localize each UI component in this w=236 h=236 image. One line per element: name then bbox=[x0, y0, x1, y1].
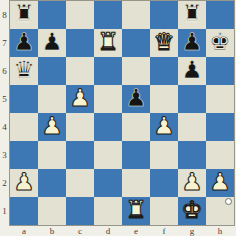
square-b2[interactable] bbox=[38, 169, 66, 197]
file-labels: abcdefgh bbox=[10, 226, 234, 236]
square-d4[interactable] bbox=[94, 113, 122, 141]
rank-labels: 87654321 bbox=[0, 1, 9, 225]
square-e2[interactable] bbox=[122, 169, 150, 197]
piece-white-pawn[interactable]: ♟ bbox=[66, 85, 94, 113]
piece-black-pawn[interactable]: ♟ bbox=[178, 57, 206, 85]
square-g2[interactable]: ♟ bbox=[178, 169, 206, 197]
square-d2[interactable] bbox=[94, 169, 122, 197]
square-c4[interactable] bbox=[66, 113, 94, 141]
square-a8[interactable]: ♜ bbox=[10, 1, 38, 29]
file-label-e: e bbox=[122, 226, 150, 236]
square-h5[interactable] bbox=[206, 85, 234, 113]
square-h2[interactable]: ♟ bbox=[206, 169, 234, 197]
piece-white-pawn[interactable]: ♟ bbox=[150, 113, 178, 141]
square-c3[interactable] bbox=[66, 141, 94, 169]
file-label-b: b bbox=[38, 226, 66, 236]
square-f5[interactable] bbox=[150, 85, 178, 113]
square-d3[interactable] bbox=[94, 141, 122, 169]
rank-label-4: 4 bbox=[0, 113, 9, 141]
rank-label-7: 7 bbox=[0, 29, 9, 57]
square-e8[interactable] bbox=[122, 1, 150, 29]
square-g1[interactable]: ♚ bbox=[178, 197, 206, 225]
square-g8[interactable]: ♜ bbox=[178, 1, 206, 29]
file-label-g: g bbox=[178, 226, 206, 236]
piece-white-pawn[interactable]: ♟ bbox=[206, 169, 234, 197]
square-g4[interactable] bbox=[178, 113, 206, 141]
piece-white-pawn[interactable]: ♟ bbox=[10, 169, 38, 197]
rank-label-5: 5 bbox=[0, 85, 9, 113]
piece-white-king[interactable]: ♚ bbox=[178, 197, 206, 225]
square-e1[interactable]: ♜ bbox=[122, 197, 150, 225]
square-h4[interactable] bbox=[206, 113, 234, 141]
square-e7[interactable] bbox=[122, 29, 150, 57]
piece-black-pawn[interactable]: ♟ bbox=[178, 29, 206, 57]
square-a1[interactable] bbox=[10, 197, 38, 225]
square-f7[interactable]: ♛ bbox=[150, 29, 178, 57]
square-c5[interactable]: ♟ bbox=[66, 85, 94, 113]
square-f6[interactable] bbox=[150, 57, 178, 85]
square-a4[interactable] bbox=[10, 113, 38, 141]
square-h7[interactable]: ♚ bbox=[206, 29, 234, 57]
square-b1[interactable] bbox=[38, 197, 66, 225]
square-d6[interactable] bbox=[94, 57, 122, 85]
square-g3[interactable] bbox=[178, 141, 206, 169]
piece-black-pawn[interactable]: ♟ bbox=[10, 29, 38, 57]
piece-white-pawn[interactable]: ♟ bbox=[178, 169, 206, 197]
square-a6[interactable]: ♛ bbox=[10, 57, 38, 85]
square-a7[interactable]: ♟ bbox=[10, 29, 38, 57]
square-e4[interactable] bbox=[122, 113, 150, 141]
square-f4[interactable]: ♟ bbox=[150, 113, 178, 141]
piece-black-pawn[interactable]: ♟ bbox=[122, 85, 150, 113]
square-h3[interactable] bbox=[206, 141, 234, 169]
square-c6[interactable] bbox=[66, 57, 94, 85]
square-c8[interactable] bbox=[66, 1, 94, 29]
piece-black-pawn[interactable]: ♟ bbox=[38, 29, 66, 57]
piece-black-rook[interactable]: ♜ bbox=[10, 1, 38, 29]
square-c1[interactable] bbox=[66, 197, 94, 225]
square-a3[interactable] bbox=[10, 141, 38, 169]
file-label-c: c bbox=[66, 226, 94, 236]
square-h6[interactable] bbox=[206, 57, 234, 85]
piece-white-rook[interactable]: ♜ bbox=[122, 197, 150, 225]
side-to-move-indicator bbox=[225, 198, 232, 205]
square-g5[interactable] bbox=[178, 85, 206, 113]
square-b7[interactable]: ♟ bbox=[38, 29, 66, 57]
square-d7[interactable]: ♜ bbox=[94, 29, 122, 57]
square-f1[interactable] bbox=[150, 197, 178, 225]
piece-white-rook[interactable]: ♜ bbox=[94, 29, 122, 57]
square-b5[interactable] bbox=[38, 85, 66, 113]
rank-label-6: 6 bbox=[0, 57, 9, 85]
square-b8[interactable] bbox=[38, 1, 66, 29]
rank-label-2: 2 bbox=[0, 169, 9, 197]
square-f2[interactable] bbox=[150, 169, 178, 197]
square-a2[interactable]: ♟ bbox=[10, 169, 38, 197]
square-g7[interactable]: ♟ bbox=[178, 29, 206, 57]
rank-label-8: 8 bbox=[0, 1, 9, 29]
file-label-h: h bbox=[206, 226, 234, 236]
square-e3[interactable] bbox=[122, 141, 150, 169]
piece-black-rook[interactable]: ♜ bbox=[178, 1, 206, 29]
square-d5[interactable] bbox=[94, 85, 122, 113]
square-b3[interactable] bbox=[38, 141, 66, 169]
square-d1[interactable] bbox=[94, 197, 122, 225]
square-c2[interactable] bbox=[66, 169, 94, 197]
file-label-f: f bbox=[150, 226, 178, 236]
square-b4[interactable]: ♟ bbox=[38, 113, 66, 141]
rank-label-3: 3 bbox=[0, 141, 9, 169]
rank-label-1: 1 bbox=[0, 197, 9, 225]
square-f3[interactable] bbox=[150, 141, 178, 169]
square-c7[interactable] bbox=[66, 29, 94, 57]
square-e6[interactable] bbox=[122, 57, 150, 85]
square-e5[interactable]: ♟ bbox=[122, 85, 150, 113]
piece-white-queen[interactable]: ♛ bbox=[150, 29, 178, 57]
file-label-a: a bbox=[10, 226, 38, 236]
piece-black-king[interactable]: ♚ bbox=[206, 29, 234, 57]
file-label-d: d bbox=[94, 226, 122, 236]
square-f8[interactable] bbox=[150, 1, 178, 29]
piece-white-pawn[interactable]: ♟ bbox=[38, 113, 66, 141]
square-b6[interactable] bbox=[38, 57, 66, 85]
piece-black-queen[interactable]: ♛ bbox=[10, 57, 38, 85]
square-d8[interactable] bbox=[94, 1, 122, 29]
square-a5[interactable] bbox=[10, 85, 38, 113]
chess-board: ♜♜♟♟♜♛♟♚♛♟♟♟♟♟♟♟♟♜♚ bbox=[9, 0, 235, 226]
square-g6[interactable]: ♟ bbox=[178, 57, 206, 85]
chess-diagram: 87654321 ♜♜♟♟♜♛♟♚♛♟♟♟♟♟♟♟♟♜♚ abcdefgh bbox=[0, 0, 236, 236]
square-h8[interactable] bbox=[206, 1, 234, 29]
